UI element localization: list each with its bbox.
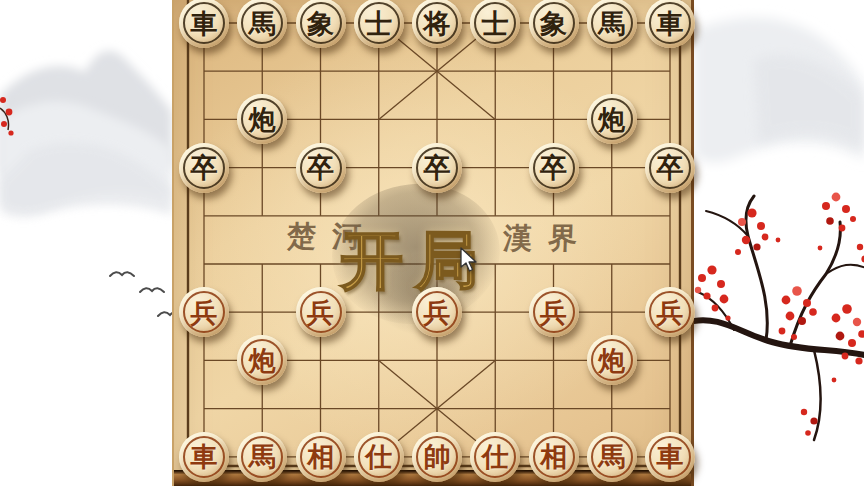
piece-red-horse[interactable]: 馬 [237, 432, 287, 482]
piece-red-cannon[interactable]: 炮 [587, 335, 637, 385]
piece-red-elephant[interactable]: 相 [529, 432, 579, 482]
piece-character: 士 [482, 10, 509, 37]
piece-red-chariot[interactable]: 車 [179, 432, 229, 482]
stage: 楚河 漢界 开局 車馬象士将士象馬車炮炮卒卒卒卒卒兵兵兵兵兵炮炮車馬相仕帥仕相馬… [0, 0, 864, 486]
piece-character: 仕 [365, 443, 392, 470]
piece-character: 卒 [657, 154, 684, 181]
piece-character: 兵 [191, 299, 218, 326]
piece-character: 兵 [307, 299, 334, 326]
piece-black-general[interactable]: 将 [412, 0, 462, 48]
piece-black-soldier[interactable]: 卒 [296, 143, 346, 193]
piece-red-advisor[interactable]: 仕 [470, 432, 520, 482]
piece-character: 将 [424, 10, 451, 37]
piece-character: 馬 [598, 10, 625, 37]
piece-black-soldier[interactable]: 卒 [412, 143, 462, 193]
piece-black-advisor[interactable]: 士 [354, 0, 404, 48]
piece-character: 車 [191, 443, 218, 470]
piece-character: 卒 [540, 154, 567, 181]
piece-character: 炮 [249, 106, 276, 133]
background-left [0, 0, 172, 486]
xiangqi-board[interactable]: 楚河 漢界 开局 車馬象士将士象馬車炮炮卒卒卒卒卒兵兵兵兵兵炮炮車馬相仕帥仕相馬… [172, 0, 694, 486]
piece-red-horse[interactable]: 馬 [587, 432, 637, 482]
piece-character: 炮 [598, 106, 625, 133]
piece-red-elephant[interactable]: 相 [296, 432, 346, 482]
background-right [694, 0, 864, 486]
piece-red-general[interactable]: 帥 [412, 432, 462, 482]
piece-character: 兵 [657, 299, 684, 326]
piece-character: 士 [365, 10, 392, 37]
plum-blossom-branch [694, 0, 864, 486]
piece-character: 卒 [191, 154, 218, 181]
piece-character: 象 [307, 10, 334, 37]
mouse-cursor-icon [459, 247, 479, 277]
piece-black-elephant[interactable]: 象 [296, 0, 346, 48]
birds-icon [110, 272, 172, 316]
piece-black-chariot[interactable]: 車 [179, 0, 229, 48]
piece-black-soldier[interactable]: 卒 [529, 143, 579, 193]
blossoms [695, 193, 864, 436]
piece-red-soldier[interactable]: 兵 [529, 287, 579, 337]
ink-mountains-left [0, 0, 172, 486]
piece-character: 車 [191, 10, 218, 37]
piece-red-advisor[interactable]: 仕 [354, 432, 404, 482]
piece-red-soldier[interactable]: 兵 [645, 287, 695, 337]
piece-character: 馬 [249, 10, 276, 37]
piece-black-cannon[interactable]: 炮 [587, 94, 637, 144]
piece-red-soldier[interactable]: 兵 [179, 287, 229, 337]
piece-black-chariot[interactable]: 車 [645, 0, 695, 48]
piece-character: 車 [657, 10, 684, 37]
piece-black-horse[interactable]: 馬 [587, 0, 637, 48]
piece-black-soldier[interactable]: 卒 [179, 143, 229, 193]
piece-character: 炮 [249, 347, 276, 374]
piece-character: 卒 [307, 154, 334, 181]
piece-red-soldier[interactable]: 兵 [296, 287, 346, 337]
piece-red-chariot[interactable]: 車 [645, 432, 695, 482]
piece-character: 兵 [540, 299, 567, 326]
piece-red-soldier[interactable]: 兵 [412, 287, 462, 337]
piece-character: 兵 [424, 299, 451, 326]
piece-black-elephant[interactable]: 象 [529, 0, 579, 48]
piece-character: 象 [540, 10, 567, 37]
piece-character: 仕 [482, 443, 509, 470]
piece-character: 車 [657, 443, 684, 470]
piece-character: 馬 [249, 443, 276, 470]
piece-character: 帥 [424, 443, 451, 470]
piece-black-soldier[interactable]: 卒 [645, 143, 695, 193]
piece-character: 炮 [598, 347, 625, 374]
piece-character: 卒 [424, 154, 451, 181]
piece-character: 相 [307, 443, 334, 470]
piece-character: 馬 [598, 443, 625, 470]
piece-character: 相 [540, 443, 567, 470]
